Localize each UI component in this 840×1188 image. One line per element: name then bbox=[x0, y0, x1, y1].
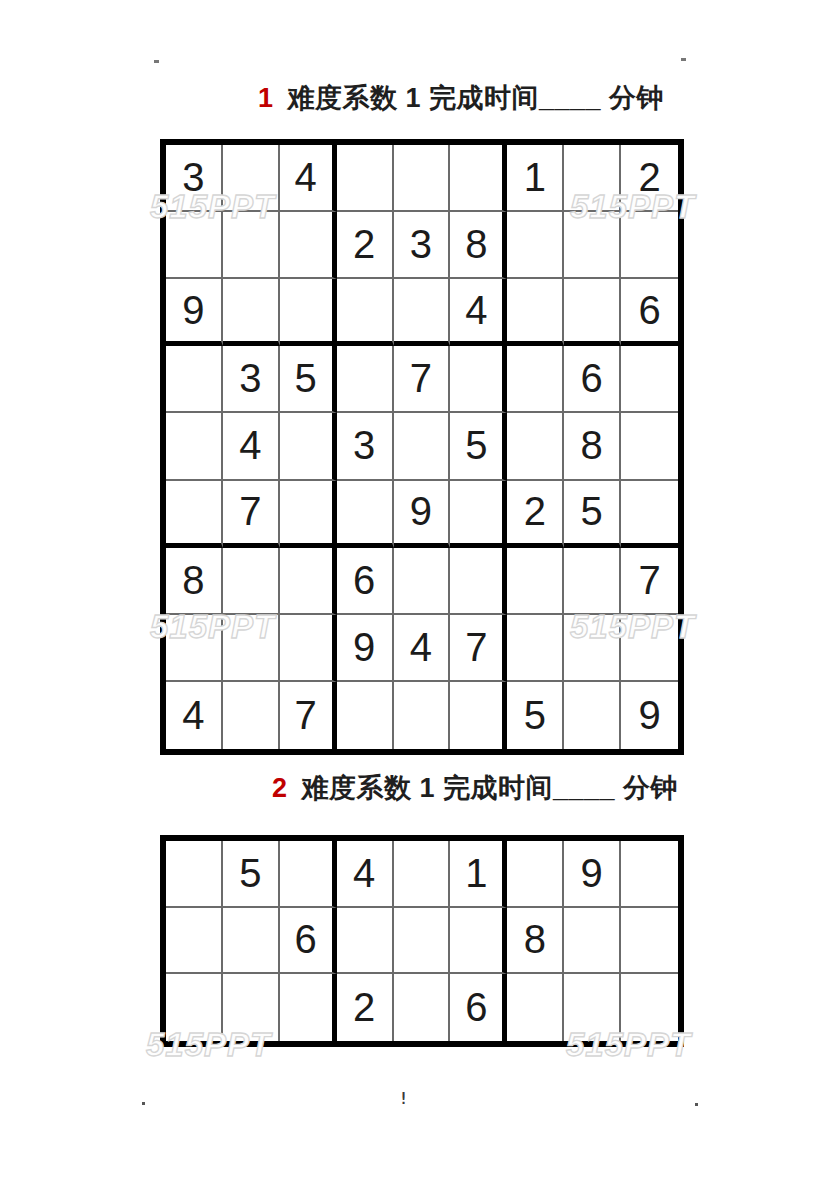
sudoku-cell-r3c7 bbox=[507, 279, 564, 346]
sudoku-cell-r8c1 bbox=[166, 615, 223, 682]
sudoku-cell-r8c4: 9 bbox=[337, 615, 394, 682]
sudoku-cell-r8c8 bbox=[564, 615, 621, 682]
sudoku-cell-r4c4 bbox=[337, 346, 394, 413]
sudoku-cell-r6c4 bbox=[337, 481, 394, 548]
sudoku-cell-r4c3: 5 bbox=[280, 346, 337, 413]
sudoku-cell-r4c2: 3 bbox=[223, 346, 280, 413]
sudoku-cell-r4c1 bbox=[166, 346, 223, 413]
sudoku-cell-r2c3 bbox=[280, 212, 337, 279]
sudoku-cell-r3c8 bbox=[564, 279, 621, 346]
worksheet-page: 1 难度系数 1 完成时间____ 分钟 3412238946357643587… bbox=[0, 0, 840, 1188]
sudoku-cell-r1c4: 4 bbox=[337, 841, 394, 908]
sudoku-cell-r2c9 bbox=[621, 908, 678, 975]
sudoku-cell-r2c8 bbox=[564, 212, 621, 279]
sudoku-cell-r2c2 bbox=[223, 908, 280, 975]
sudoku-cell-r1c5 bbox=[394, 145, 451, 212]
sudoku-cell-r7c8 bbox=[564, 548, 621, 615]
sudoku-cell-r1c4 bbox=[337, 145, 394, 212]
sudoku-cell-r1c8: 9 bbox=[564, 841, 621, 908]
sudoku-cell-r6c2: 7 bbox=[223, 481, 280, 548]
sudoku-cell-r1c7 bbox=[507, 841, 564, 908]
sudoku-cell-r9c1: 4 bbox=[166, 682, 223, 749]
sudoku-cell-r5c2: 4 bbox=[223, 413, 280, 480]
sudoku-cell-r7c5 bbox=[394, 548, 451, 615]
sudoku-cell-r1c3: 4 bbox=[280, 145, 337, 212]
sudoku-cell-r2c5 bbox=[394, 908, 451, 975]
sudoku-cell-r7c6 bbox=[450, 548, 507, 615]
sudoku-cell-r1c6 bbox=[450, 145, 507, 212]
sudoku-cell-r1c6: 1 bbox=[450, 841, 507, 908]
stray-speck-top-right bbox=[681, 58, 686, 61]
sudoku-cell-r2c1 bbox=[166, 212, 223, 279]
sudoku-cell-r1c9: 2 bbox=[621, 145, 678, 212]
sudoku-cell-r2c9 bbox=[621, 212, 678, 279]
puzzle-2-title: 2 难度系数 1 完成时间____ 分钟 bbox=[272, 770, 678, 806]
sudoku-cell-r9c8 bbox=[564, 682, 621, 749]
sudoku-cell-r7c7 bbox=[507, 548, 564, 615]
sudoku-cell-r8c2 bbox=[223, 615, 280, 682]
sudoku-cell-r6c7: 2 bbox=[507, 481, 564, 548]
sudoku-cell-r6c3 bbox=[280, 481, 337, 548]
sudoku-cell-r3c6: 6 bbox=[450, 974, 507, 1041]
sudoku-grid-1: 34122389463576435879258679474759 bbox=[160, 139, 684, 755]
puzzle-2-number: 2 bbox=[272, 773, 288, 804]
sudoku-cell-r6c9 bbox=[621, 481, 678, 548]
sudoku-cell-r9c6 bbox=[450, 682, 507, 749]
sudoku-cell-r3c4: 2 bbox=[337, 974, 394, 1041]
sudoku-cell-r9c4 bbox=[337, 682, 394, 749]
sudoku-cell-r4c8: 6 bbox=[564, 346, 621, 413]
sudoku-cell-r1c8 bbox=[564, 145, 621, 212]
stray-speck-top-left bbox=[154, 60, 159, 63]
sudoku-cell-r2c7: 8 bbox=[507, 908, 564, 975]
sudoku-cell-r3c3 bbox=[280, 974, 337, 1041]
sudoku-cell-r4c6 bbox=[450, 346, 507, 413]
sudoku-cell-r9c3: 7 bbox=[280, 682, 337, 749]
sudoku-cell-r8c5: 4 bbox=[394, 615, 451, 682]
sudoku-cell-r7c1: 8 bbox=[166, 548, 223, 615]
sudoku-cell-r5c5 bbox=[394, 413, 451, 480]
sudoku-cell-r4c5: 7 bbox=[394, 346, 451, 413]
sudoku-cell-r4c9 bbox=[621, 346, 678, 413]
puzzle-1-title-text: 难度系数 1 完成时间____ 分钟 bbox=[288, 80, 665, 116]
sudoku-cell-r8c6: 7 bbox=[450, 615, 507, 682]
sudoku-cell-r9c5 bbox=[394, 682, 451, 749]
sudoku-cell-r2c3: 6 bbox=[280, 908, 337, 975]
puzzle-2-title-text: 难度系数 1 完成时间____ 分钟 bbox=[302, 770, 679, 806]
sudoku-cell-r2c2 bbox=[223, 212, 280, 279]
sudoku-cell-r3c7 bbox=[507, 974, 564, 1041]
stray-dot-bottom-right bbox=[695, 1103, 698, 1106]
sudoku-cell-r5c4: 3 bbox=[337, 413, 394, 480]
sudoku-cell-r9c7: 5 bbox=[507, 682, 564, 749]
stray-exclamation-mark: ! bbox=[399, 1090, 408, 1108]
sudoku-cell-r2c6: 8 bbox=[450, 212, 507, 279]
sudoku-cell-r8c9 bbox=[621, 615, 678, 682]
sudoku-cell-r3c8 bbox=[564, 974, 621, 1041]
sudoku-cell-r2c6 bbox=[450, 908, 507, 975]
sudoku-cell-r2c1 bbox=[166, 908, 223, 975]
sudoku-cell-r3c5 bbox=[394, 974, 451, 1041]
sudoku-cell-r1c5 bbox=[394, 841, 451, 908]
sudoku-cell-r1c2: 5 bbox=[223, 841, 280, 908]
sudoku-cell-r3c9: 6 bbox=[621, 279, 678, 346]
puzzle-1-number: 1 bbox=[258, 83, 274, 114]
sudoku-cell-r8c7 bbox=[507, 615, 564, 682]
sudoku-cell-r1c3 bbox=[280, 841, 337, 908]
sudoku-cell-r3c1 bbox=[166, 974, 223, 1041]
sudoku-cell-r6c8: 5 bbox=[564, 481, 621, 548]
sudoku-cell-r5c3 bbox=[280, 413, 337, 480]
sudoku-cell-r3c9 bbox=[621, 974, 678, 1041]
sudoku-cell-r5c8: 8 bbox=[564, 413, 621, 480]
sudoku-cell-r5c6: 5 bbox=[450, 413, 507, 480]
sudoku-cell-r8c3 bbox=[280, 615, 337, 682]
sudoku-grid-2: 54196826 bbox=[160, 835, 684, 1047]
sudoku-cell-r1c1: 3 bbox=[166, 145, 223, 212]
sudoku-cell-r9c9: 9 bbox=[621, 682, 678, 749]
sudoku-cell-r4c7 bbox=[507, 346, 564, 413]
sudoku-cell-r1c9 bbox=[621, 841, 678, 908]
sudoku-cell-r2c8 bbox=[564, 908, 621, 975]
sudoku-cell-r6c1 bbox=[166, 481, 223, 548]
stray-dot-bottom-left bbox=[142, 1102, 145, 1105]
sudoku-cell-r3c4 bbox=[337, 279, 394, 346]
sudoku-cell-r6c6 bbox=[450, 481, 507, 548]
sudoku-cell-r5c1 bbox=[166, 413, 223, 480]
sudoku-cell-r7c9: 7 bbox=[621, 548, 678, 615]
puzzle-1-title: 1 难度系数 1 完成时间____ 分钟 bbox=[258, 80, 664, 116]
sudoku-cell-r1c7: 1 bbox=[507, 145, 564, 212]
sudoku-cell-r3c2 bbox=[223, 279, 280, 346]
sudoku-cell-r3c3 bbox=[280, 279, 337, 346]
sudoku-cell-r3c6: 4 bbox=[450, 279, 507, 346]
sudoku-cell-r7c4: 6 bbox=[337, 548, 394, 615]
sudoku-cell-r6c5: 9 bbox=[394, 481, 451, 548]
sudoku-cell-r5c9 bbox=[621, 413, 678, 480]
sudoku-cell-r1c1 bbox=[166, 841, 223, 908]
sudoku-cell-r3c1: 9 bbox=[166, 279, 223, 346]
sudoku-cell-r3c5 bbox=[394, 279, 451, 346]
sudoku-cell-r2c5: 3 bbox=[394, 212, 451, 279]
sudoku-cell-r2c7 bbox=[507, 212, 564, 279]
sudoku-cell-r2c4 bbox=[337, 908, 394, 975]
sudoku-cell-r3c2 bbox=[223, 974, 280, 1041]
sudoku-cell-r7c2 bbox=[223, 548, 280, 615]
sudoku-cell-r1c2 bbox=[223, 145, 280, 212]
sudoku-cell-r7c3 bbox=[280, 548, 337, 615]
sudoku-cell-r5c7 bbox=[507, 413, 564, 480]
sudoku-cell-r9c2 bbox=[223, 682, 280, 749]
sudoku-cell-r2c4: 2 bbox=[337, 212, 394, 279]
